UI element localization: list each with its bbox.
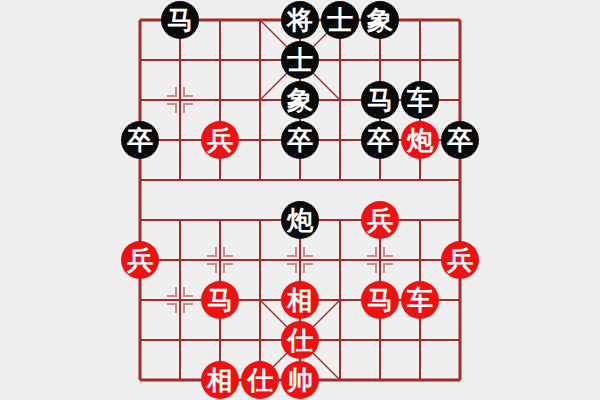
- xiangqi-board[interactable]: 马将士象士象马车卒兵卒卒炮卒炮兵兵兵马相马车仕相仕帅: [120, 0, 480, 400]
- piece-black-soldier[interactable]: 卒: [361, 121, 399, 159]
- piece-red-advisor[interactable]: 仕: [241, 361, 279, 399]
- piece-black-advisor[interactable]: 士: [321, 1, 359, 39]
- piece-red-soldier[interactable]: 兵: [201, 121, 239, 159]
- piece-black-horse[interactable]: 马: [361, 81, 399, 119]
- piece-black-chariot[interactable]: 车: [401, 81, 439, 119]
- piece-black-elephant[interactable]: 象: [281, 81, 319, 119]
- piece-black-soldier[interactable]: 卒: [121, 121, 159, 159]
- xiangqi-app: 马将士象士象马车卒兵卒卒炮卒炮兵兵兵马相马车仕相仕帅: [0, 0, 600, 400]
- piece-red-cannon[interactable]: 炮: [401, 121, 439, 159]
- piece-red-horse[interactable]: 马: [201, 281, 239, 319]
- piece-red-soldier[interactable]: 兵: [441, 241, 479, 279]
- piece-red-soldier[interactable]: 兵: [121, 241, 159, 279]
- piece-black-cannon[interactable]: 炮: [281, 201, 319, 239]
- piece-black-soldier[interactable]: 卒: [441, 121, 479, 159]
- piece-black-general[interactable]: 将: [281, 1, 319, 39]
- piece-red-soldier[interactable]: 兵: [361, 201, 399, 239]
- piece-red-elephant[interactable]: 相: [201, 361, 239, 399]
- piece-black-horse[interactable]: 马: [161, 1, 199, 39]
- piece-red-elephant[interactable]: 相: [281, 281, 319, 319]
- piece-red-advisor[interactable]: 仕: [281, 321, 319, 359]
- piece-black-advisor[interactable]: 士: [281, 41, 319, 79]
- piece-red-king[interactable]: 帅: [281, 361, 319, 399]
- piece-red-chariot[interactable]: 车: [401, 281, 439, 319]
- piece-red-horse[interactable]: 马: [361, 281, 399, 319]
- piece-black-soldier[interactable]: 卒: [281, 121, 319, 159]
- piece-black-elephant[interactable]: 象: [361, 1, 399, 39]
